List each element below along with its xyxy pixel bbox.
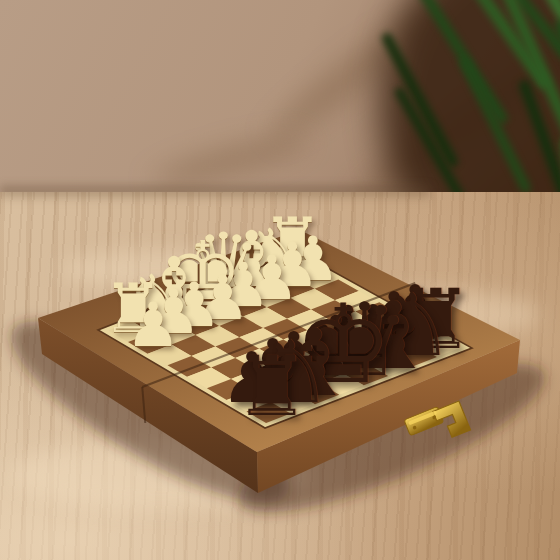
piece-white-rook: ♜ (103, 275, 164, 343)
piece-black-rook: ♜ (234, 345, 308, 428)
piece-black-pawn: ♟ (263, 323, 326, 393)
piece-white-king: ♚ (163, 231, 243, 320)
piece-white-queen: ♛ (186, 223, 260, 306)
piece-black-bishop: ♝ (272, 317, 355, 410)
piece-white-pawn: ♟ (195, 267, 250, 328)
piece-black-bishop: ♝ (352, 290, 435, 383)
chess-pieces-layer: ♜♟♞♟♝♛♟♟♚♝♟♟♞♟♜♟♟♟♜♞♟♟♝♛♟♚♟♟♝♞♟♜ (0, 0, 560, 560)
piece-white-pawn: ♟ (146, 280, 201, 341)
piece-black-rook: ♜ (398, 278, 472, 361)
piece-black-pawn: ♟ (342, 296, 405, 366)
piece-black-pawn: ♟ (242, 330, 305, 400)
piece-black-pawn: ♟ (313, 303, 376, 373)
piece-black-knight: ♞ (254, 329, 332, 416)
piece-black-pawn: ♟ (363, 283, 426, 353)
piece-white-rook: ♜ (262, 209, 323, 277)
piece-black-pawn: ♟ (292, 316, 355, 386)
piece-white-knight: ♞ (121, 264, 186, 336)
piece-black-king: ♚ (294, 290, 392, 399)
piece-white-bishop: ♝ (217, 221, 286, 298)
piece-black-knight: ♞ (376, 282, 454, 369)
piece-black-pawn: ♟ (384, 276, 447, 346)
piece-white-pawn: ♟ (265, 234, 320, 295)
piece-white-pawn: ♟ (286, 227, 341, 288)
piece-white-pawn: ♟ (244, 247, 299, 308)
piece-white-pawn: ♟ (216, 254, 271, 315)
piece-black-pawn: ♟ (220, 343, 283, 413)
piece-white-pawn: ♟ (126, 293, 181, 354)
chess-photo-scene: ♜♟♞♟♝♛♟♟♚♝♟♟♞♟♜♟♟♟♜♞♟♟♝♛♟♚♟♟♝♞♟♜ (0, 0, 560, 560)
piece-white-bishop: ♝ (140, 247, 209, 324)
piece-white-knight: ♞ (240, 218, 305, 290)
piece-black-queen: ♛ (319, 290, 410, 391)
piece-white-pawn: ♟ (167, 274, 222, 335)
